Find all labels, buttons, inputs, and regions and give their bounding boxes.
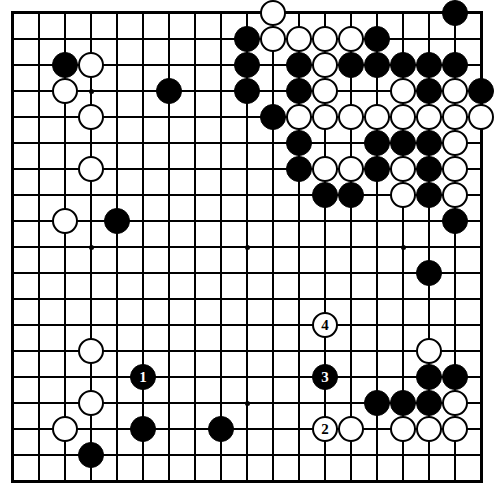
intersection[interactable] <box>390 234 416 260</box>
intersection[interactable] <box>364 234 390 260</box>
intersection[interactable] <box>26 104 52 130</box>
intersection[interactable] <box>78 364 104 390</box>
intersection[interactable] <box>260 364 286 390</box>
intersection[interactable] <box>208 364 234 390</box>
intersection[interactable] <box>78 338 104 364</box>
intersection[interactable] <box>78 156 104 182</box>
intersection[interactable] <box>442 338 468 364</box>
intersection[interactable] <box>390 52 416 78</box>
intersection[interactable] <box>0 442 26 468</box>
intersection[interactable] <box>130 468 156 494</box>
intersection[interactable] <box>104 156 130 182</box>
intersection[interactable] <box>156 78 182 104</box>
intersection[interactable] <box>156 312 182 338</box>
intersection[interactable] <box>26 468 52 494</box>
intersection[interactable] <box>364 468 390 494</box>
intersection[interactable] <box>182 182 208 208</box>
intersection[interactable] <box>286 234 312 260</box>
intersection[interactable] <box>312 338 338 364</box>
intersection[interactable] <box>26 234 52 260</box>
intersection[interactable] <box>390 78 416 104</box>
intersection[interactable] <box>26 312 52 338</box>
intersection[interactable] <box>260 26 286 52</box>
intersection[interactable] <box>182 78 208 104</box>
intersection[interactable] <box>468 78 494 104</box>
intersection[interactable] <box>52 338 78 364</box>
intersection[interactable]: 2 <box>312 416 338 442</box>
intersection[interactable] <box>442 286 468 312</box>
intersection[interactable] <box>416 442 442 468</box>
intersection[interactable] <box>78 104 104 130</box>
intersection[interactable] <box>390 0 416 26</box>
intersection[interactable] <box>78 130 104 156</box>
intersection[interactable] <box>26 156 52 182</box>
intersection[interactable] <box>338 338 364 364</box>
intersection[interactable] <box>286 78 312 104</box>
intersection[interactable] <box>468 156 494 182</box>
intersection[interactable] <box>442 156 468 182</box>
intersection[interactable] <box>26 416 52 442</box>
intersection[interactable] <box>156 208 182 234</box>
intersection[interactable] <box>130 26 156 52</box>
intersection[interactable] <box>364 26 390 52</box>
intersection[interactable] <box>78 416 104 442</box>
intersection[interactable] <box>286 416 312 442</box>
intersection[interactable] <box>208 104 234 130</box>
intersection[interactable] <box>104 78 130 104</box>
intersection[interactable] <box>442 182 468 208</box>
intersection[interactable]: 3 <box>312 364 338 390</box>
intersection[interactable] <box>234 286 260 312</box>
intersection[interactable] <box>234 416 260 442</box>
intersection[interactable] <box>0 364 26 390</box>
intersection[interactable] <box>0 104 26 130</box>
intersection[interactable] <box>208 78 234 104</box>
intersection[interactable] <box>104 286 130 312</box>
intersection[interactable] <box>234 468 260 494</box>
intersection[interactable] <box>286 52 312 78</box>
intersection[interactable] <box>26 260 52 286</box>
intersection[interactable] <box>390 312 416 338</box>
intersection[interactable] <box>468 442 494 468</box>
intersection[interactable] <box>312 156 338 182</box>
intersection[interactable] <box>182 156 208 182</box>
intersection[interactable] <box>156 130 182 156</box>
intersection[interactable] <box>338 416 364 442</box>
intersection[interactable] <box>208 416 234 442</box>
intersection[interactable] <box>182 0 208 26</box>
intersection[interactable] <box>78 286 104 312</box>
intersection[interactable] <box>260 0 286 26</box>
intersection[interactable] <box>364 182 390 208</box>
intersection[interactable] <box>364 156 390 182</box>
intersection[interactable] <box>26 52 52 78</box>
intersection[interactable] <box>364 442 390 468</box>
intersection[interactable] <box>156 416 182 442</box>
intersection[interactable] <box>312 286 338 312</box>
intersection[interactable] <box>286 364 312 390</box>
intersection[interactable] <box>260 78 286 104</box>
intersection[interactable] <box>338 104 364 130</box>
intersection[interactable] <box>208 52 234 78</box>
intersection[interactable] <box>468 26 494 52</box>
intersection[interactable] <box>78 234 104 260</box>
intersection[interactable] <box>338 468 364 494</box>
intersection[interactable] <box>182 390 208 416</box>
intersection[interactable] <box>442 312 468 338</box>
intersection[interactable] <box>234 52 260 78</box>
intersection[interactable] <box>130 78 156 104</box>
intersection[interactable] <box>208 286 234 312</box>
intersection[interactable] <box>234 130 260 156</box>
intersection[interactable] <box>52 130 78 156</box>
intersection[interactable] <box>0 52 26 78</box>
intersection[interactable] <box>104 260 130 286</box>
intersection[interactable] <box>260 338 286 364</box>
intersection[interactable] <box>182 234 208 260</box>
intersection[interactable] <box>182 130 208 156</box>
intersection[interactable] <box>182 286 208 312</box>
intersection[interactable] <box>312 260 338 286</box>
intersection[interactable] <box>468 104 494 130</box>
intersection[interactable] <box>286 156 312 182</box>
intersection[interactable]: 1 <box>130 364 156 390</box>
intersection[interactable] <box>208 182 234 208</box>
intersection[interactable] <box>26 26 52 52</box>
intersection[interactable] <box>286 390 312 416</box>
intersection[interactable] <box>104 312 130 338</box>
intersection[interactable]: 4 <box>312 312 338 338</box>
intersection[interactable] <box>234 364 260 390</box>
intersection[interactable] <box>390 208 416 234</box>
intersection[interactable] <box>312 208 338 234</box>
intersection[interactable] <box>26 364 52 390</box>
intersection[interactable] <box>78 208 104 234</box>
intersection[interactable] <box>442 0 468 26</box>
intersection[interactable] <box>104 104 130 130</box>
intersection[interactable] <box>416 52 442 78</box>
intersection[interactable] <box>104 364 130 390</box>
intersection[interactable] <box>0 416 26 442</box>
intersection[interactable] <box>390 130 416 156</box>
intersection[interactable] <box>182 364 208 390</box>
intersection[interactable] <box>338 182 364 208</box>
intersection[interactable] <box>78 390 104 416</box>
intersection[interactable] <box>130 208 156 234</box>
intersection[interactable] <box>338 130 364 156</box>
intersection[interactable] <box>260 468 286 494</box>
intersection[interactable] <box>0 156 26 182</box>
intersection[interactable] <box>286 468 312 494</box>
intersection[interactable] <box>234 26 260 52</box>
intersection[interactable] <box>312 390 338 416</box>
intersection[interactable] <box>468 390 494 416</box>
intersection[interactable] <box>442 260 468 286</box>
intersection[interactable] <box>338 208 364 234</box>
intersection[interactable] <box>260 312 286 338</box>
intersection[interactable] <box>364 286 390 312</box>
intersection[interactable] <box>390 182 416 208</box>
intersection[interactable] <box>468 286 494 312</box>
intersection[interactable] <box>0 26 26 52</box>
intersection[interactable] <box>156 468 182 494</box>
intersection[interactable] <box>26 338 52 364</box>
intersection[interactable] <box>390 442 416 468</box>
intersection[interactable] <box>364 364 390 390</box>
intersection[interactable] <box>390 286 416 312</box>
intersection[interactable] <box>130 52 156 78</box>
intersection[interactable] <box>26 182 52 208</box>
intersection[interactable] <box>0 234 26 260</box>
intersection[interactable] <box>338 364 364 390</box>
intersection[interactable] <box>208 390 234 416</box>
intersection[interactable] <box>234 260 260 286</box>
intersection[interactable] <box>78 260 104 286</box>
intersection[interactable] <box>442 104 468 130</box>
intersection[interactable] <box>442 468 468 494</box>
intersection[interactable] <box>182 52 208 78</box>
intersection[interactable] <box>78 26 104 52</box>
intersection[interactable] <box>416 0 442 26</box>
intersection[interactable] <box>468 234 494 260</box>
intersection[interactable] <box>156 26 182 52</box>
intersection[interactable] <box>130 104 156 130</box>
intersection[interactable] <box>338 442 364 468</box>
intersection[interactable] <box>182 104 208 130</box>
intersection[interactable] <box>416 78 442 104</box>
intersection[interactable] <box>468 468 494 494</box>
intersection[interactable] <box>156 234 182 260</box>
intersection[interactable] <box>104 52 130 78</box>
intersection[interactable] <box>156 182 182 208</box>
intersection[interactable] <box>260 416 286 442</box>
intersection[interactable] <box>416 26 442 52</box>
intersection[interactable] <box>156 364 182 390</box>
intersection[interactable] <box>52 208 78 234</box>
intersection[interactable] <box>312 0 338 26</box>
intersection[interactable] <box>260 52 286 78</box>
intersection[interactable] <box>104 468 130 494</box>
intersection[interactable] <box>338 390 364 416</box>
intersection[interactable] <box>416 260 442 286</box>
intersection[interactable] <box>182 312 208 338</box>
intersection[interactable] <box>52 182 78 208</box>
intersection[interactable] <box>104 182 130 208</box>
intersection[interactable] <box>78 0 104 26</box>
intersection[interactable] <box>0 286 26 312</box>
intersection[interactable] <box>468 52 494 78</box>
intersection[interactable] <box>156 104 182 130</box>
intersection[interactable] <box>78 312 104 338</box>
intersection[interactable] <box>416 338 442 364</box>
intersection[interactable] <box>286 26 312 52</box>
intersection[interactable] <box>260 130 286 156</box>
intersection[interactable] <box>26 78 52 104</box>
intersection[interactable] <box>442 26 468 52</box>
intersection[interactable] <box>338 0 364 26</box>
intersection[interactable] <box>234 312 260 338</box>
intersection[interactable] <box>416 390 442 416</box>
intersection[interactable] <box>364 104 390 130</box>
intersection[interactable] <box>26 390 52 416</box>
intersection[interactable] <box>234 234 260 260</box>
intersection[interactable] <box>52 0 78 26</box>
intersection[interactable] <box>52 26 78 52</box>
intersection[interactable] <box>442 390 468 416</box>
intersection[interactable] <box>260 390 286 416</box>
intersection[interactable] <box>182 416 208 442</box>
intersection[interactable] <box>130 442 156 468</box>
intersection[interactable] <box>338 286 364 312</box>
intersection[interactable] <box>390 364 416 390</box>
intersection[interactable] <box>26 0 52 26</box>
intersection[interactable] <box>0 390 26 416</box>
intersection[interactable] <box>416 364 442 390</box>
intersection[interactable] <box>0 260 26 286</box>
intersection[interactable] <box>338 156 364 182</box>
intersection[interactable] <box>364 130 390 156</box>
intersection[interactable] <box>52 260 78 286</box>
intersection[interactable] <box>130 260 156 286</box>
intersection[interactable] <box>26 130 52 156</box>
intersection[interactable] <box>52 416 78 442</box>
intersection[interactable] <box>104 442 130 468</box>
intersection[interactable] <box>156 390 182 416</box>
intersection[interactable] <box>182 260 208 286</box>
intersection[interactable] <box>364 0 390 26</box>
intersection[interactable] <box>468 130 494 156</box>
intersection[interactable] <box>104 0 130 26</box>
intersection[interactable] <box>78 468 104 494</box>
intersection[interactable] <box>364 208 390 234</box>
intersection[interactable] <box>208 26 234 52</box>
intersection[interactable] <box>130 234 156 260</box>
intersection[interactable] <box>260 104 286 130</box>
intersection[interactable] <box>52 390 78 416</box>
intersection[interactable] <box>416 208 442 234</box>
intersection[interactable] <box>260 442 286 468</box>
intersection[interactable] <box>52 468 78 494</box>
intersection[interactable] <box>442 130 468 156</box>
intersection[interactable] <box>208 234 234 260</box>
intersection[interactable] <box>468 338 494 364</box>
intersection[interactable] <box>442 364 468 390</box>
intersection[interactable] <box>442 234 468 260</box>
intersection[interactable] <box>52 234 78 260</box>
intersection[interactable] <box>338 260 364 286</box>
intersection[interactable] <box>286 338 312 364</box>
intersection[interactable] <box>390 468 416 494</box>
intersection[interactable] <box>312 468 338 494</box>
intersection[interactable] <box>416 416 442 442</box>
intersection[interactable] <box>130 130 156 156</box>
intersection[interactable] <box>468 416 494 442</box>
intersection[interactable] <box>104 208 130 234</box>
intersection[interactable] <box>416 312 442 338</box>
intersection[interactable] <box>182 338 208 364</box>
intersection[interactable] <box>130 312 156 338</box>
intersection[interactable] <box>468 0 494 26</box>
intersection[interactable] <box>208 442 234 468</box>
intersection[interactable] <box>0 182 26 208</box>
intersection[interactable] <box>208 338 234 364</box>
intersection[interactable] <box>156 442 182 468</box>
intersection[interactable] <box>182 468 208 494</box>
intersection[interactable] <box>416 234 442 260</box>
intersection[interactable] <box>208 312 234 338</box>
intersection[interactable] <box>234 0 260 26</box>
intersection[interactable] <box>130 156 156 182</box>
intersection[interactable] <box>442 52 468 78</box>
intersection[interactable] <box>208 468 234 494</box>
intersection[interactable] <box>364 390 390 416</box>
intersection[interactable] <box>416 104 442 130</box>
intersection[interactable] <box>468 182 494 208</box>
intersection[interactable] <box>312 26 338 52</box>
intersection[interactable] <box>182 442 208 468</box>
intersection[interactable] <box>312 442 338 468</box>
intersection[interactable] <box>416 156 442 182</box>
intersection[interactable] <box>52 52 78 78</box>
intersection[interactable] <box>338 78 364 104</box>
intersection[interactable] <box>0 0 26 26</box>
intersection[interactable] <box>286 0 312 26</box>
intersection[interactable] <box>468 208 494 234</box>
intersection[interactable] <box>208 208 234 234</box>
intersection[interactable] <box>208 156 234 182</box>
intersection[interactable] <box>260 234 286 260</box>
intersection[interactable] <box>286 182 312 208</box>
intersection[interactable] <box>234 104 260 130</box>
intersection[interactable] <box>0 130 26 156</box>
intersection[interactable] <box>260 182 286 208</box>
intersection[interactable] <box>338 52 364 78</box>
intersection[interactable] <box>286 208 312 234</box>
intersection[interactable] <box>286 130 312 156</box>
intersection[interactable] <box>26 442 52 468</box>
intersection[interactable] <box>26 286 52 312</box>
intersection[interactable] <box>234 338 260 364</box>
intersection[interactable] <box>104 338 130 364</box>
intersection[interactable] <box>312 130 338 156</box>
intersection[interactable] <box>52 286 78 312</box>
intersection[interactable] <box>0 78 26 104</box>
intersection[interactable] <box>468 364 494 390</box>
intersection[interactable] <box>416 130 442 156</box>
intersection[interactable] <box>52 156 78 182</box>
intersection[interactable] <box>52 442 78 468</box>
intersection[interactable] <box>260 260 286 286</box>
intersection[interactable] <box>182 208 208 234</box>
intersection[interactable] <box>364 312 390 338</box>
intersection[interactable] <box>104 234 130 260</box>
intersection[interactable] <box>0 208 26 234</box>
intersection[interactable] <box>130 0 156 26</box>
intersection[interactable] <box>312 104 338 130</box>
intersection[interactable] <box>416 182 442 208</box>
intersection[interactable] <box>312 234 338 260</box>
intersection[interactable] <box>364 78 390 104</box>
intersection[interactable] <box>442 208 468 234</box>
intersection[interactable] <box>338 312 364 338</box>
intersection[interactable] <box>78 52 104 78</box>
intersection[interactable] <box>52 104 78 130</box>
intersection[interactable] <box>130 182 156 208</box>
intersection[interactable] <box>416 468 442 494</box>
intersection[interactable] <box>130 416 156 442</box>
intersection[interactable] <box>78 182 104 208</box>
intersection[interactable] <box>260 286 286 312</box>
